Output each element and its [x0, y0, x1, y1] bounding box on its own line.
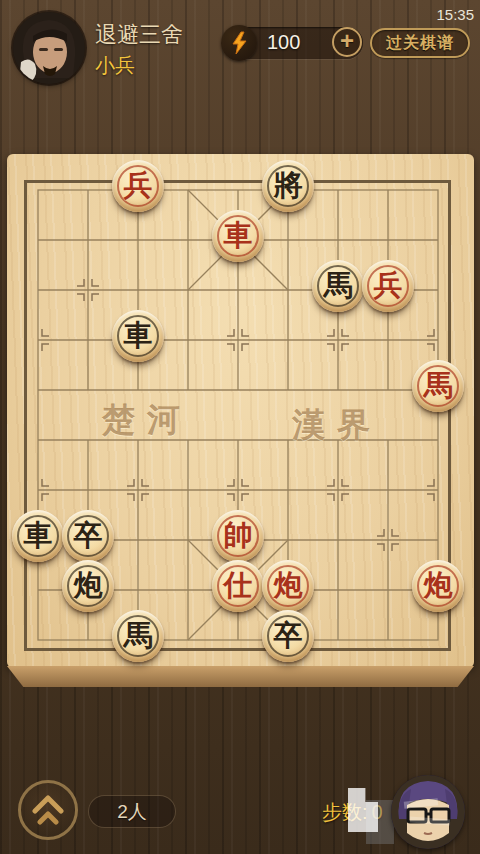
puzzle-title: 退避三舍 [95, 20, 183, 50]
status-time: 15:35 [436, 6, 474, 23]
piece-black-馬[interactable]: 馬 [312, 260, 364, 312]
piece-glyph: 車 [124, 321, 153, 350]
xiangqi-app-screen: 15:35 退避三舍 小兵 100 + 过关棋谱 楚河 漢界 兵將車馬兵車馬車卒… [0, 0, 480, 854]
piece-red-帥[interactable]: 帥 [212, 510, 264, 562]
piece-black-將[interactable]: 將 [262, 160, 314, 212]
player-rank: 小兵 [95, 52, 135, 79]
piece-glyph: 將 [274, 171, 303, 200]
piece-glyph: 炮 [274, 571, 303, 600]
player-avatar[interactable] [13, 12, 85, 84]
chevron-up-icon [31, 795, 65, 825]
piece-black-卒[interactable]: 卒 [62, 510, 114, 562]
collapse-menu-button[interactable] [18, 780, 78, 840]
puzzle-book-button[interactable]: 过关棋谱 [370, 28, 470, 58]
piece-glyph: 馬 [324, 271, 353, 300]
piece-glyph: 兵 [374, 271, 403, 300]
piece-glyph: 車 [224, 221, 253, 250]
lightning-icon [221, 25, 257, 61]
piece-black-車[interactable]: 車 [112, 310, 164, 362]
piece-black-馬[interactable]: 馬 [112, 610, 164, 662]
players-count-pill[interactable]: 2人 [88, 795, 176, 828]
piece-glyph: 馬 [424, 371, 453, 400]
piece-glyph: 卒 [74, 521, 103, 550]
piece-glyph: 帥 [224, 521, 253, 550]
piece-glyph: 馬 [124, 621, 153, 650]
piece-red-兵[interactable]: 兵 [362, 260, 414, 312]
piece-red-炮[interactable]: 炮 [262, 560, 314, 612]
players-count: 2人 [117, 799, 147, 825]
steps-value: 0 [372, 801, 383, 823]
piece-glyph: 炮 [74, 571, 103, 600]
piece-glyph: 卒 [274, 621, 303, 650]
piece-glyph: 車 [24, 521, 53, 550]
steps-counter: 步数:0 [322, 799, 383, 826]
opponent-avatar-image [391, 775, 465, 849]
piece-black-車[interactable]: 車 [12, 510, 64, 562]
piece-glyph: 兵 [124, 171, 153, 200]
opponent-avatar[interactable] [391, 775, 465, 849]
piece-black-炮[interactable]: 炮 [62, 560, 114, 612]
piece-glyph: 炮 [424, 571, 453, 600]
piece-black-卒[interactable]: 卒 [262, 610, 314, 662]
energy-bar[interactable]: 100 + [223, 27, 363, 59]
piece-red-兵[interactable]: 兵 [112, 160, 164, 212]
energy-value: 100 [267, 31, 300, 54]
add-energy-button[interactable]: + [332, 27, 362, 57]
piece-red-車[interactable]: 車 [212, 210, 264, 262]
board-bevel [7, 666, 474, 687]
piece-red-馬[interactable]: 馬 [412, 360, 464, 412]
piece-red-仕[interactable]: 仕 [212, 560, 264, 612]
piece-glyph: 仕 [224, 571, 253, 600]
piece-red-炮[interactable]: 炮 [412, 560, 464, 612]
player-avatar-image [13, 12, 85, 84]
